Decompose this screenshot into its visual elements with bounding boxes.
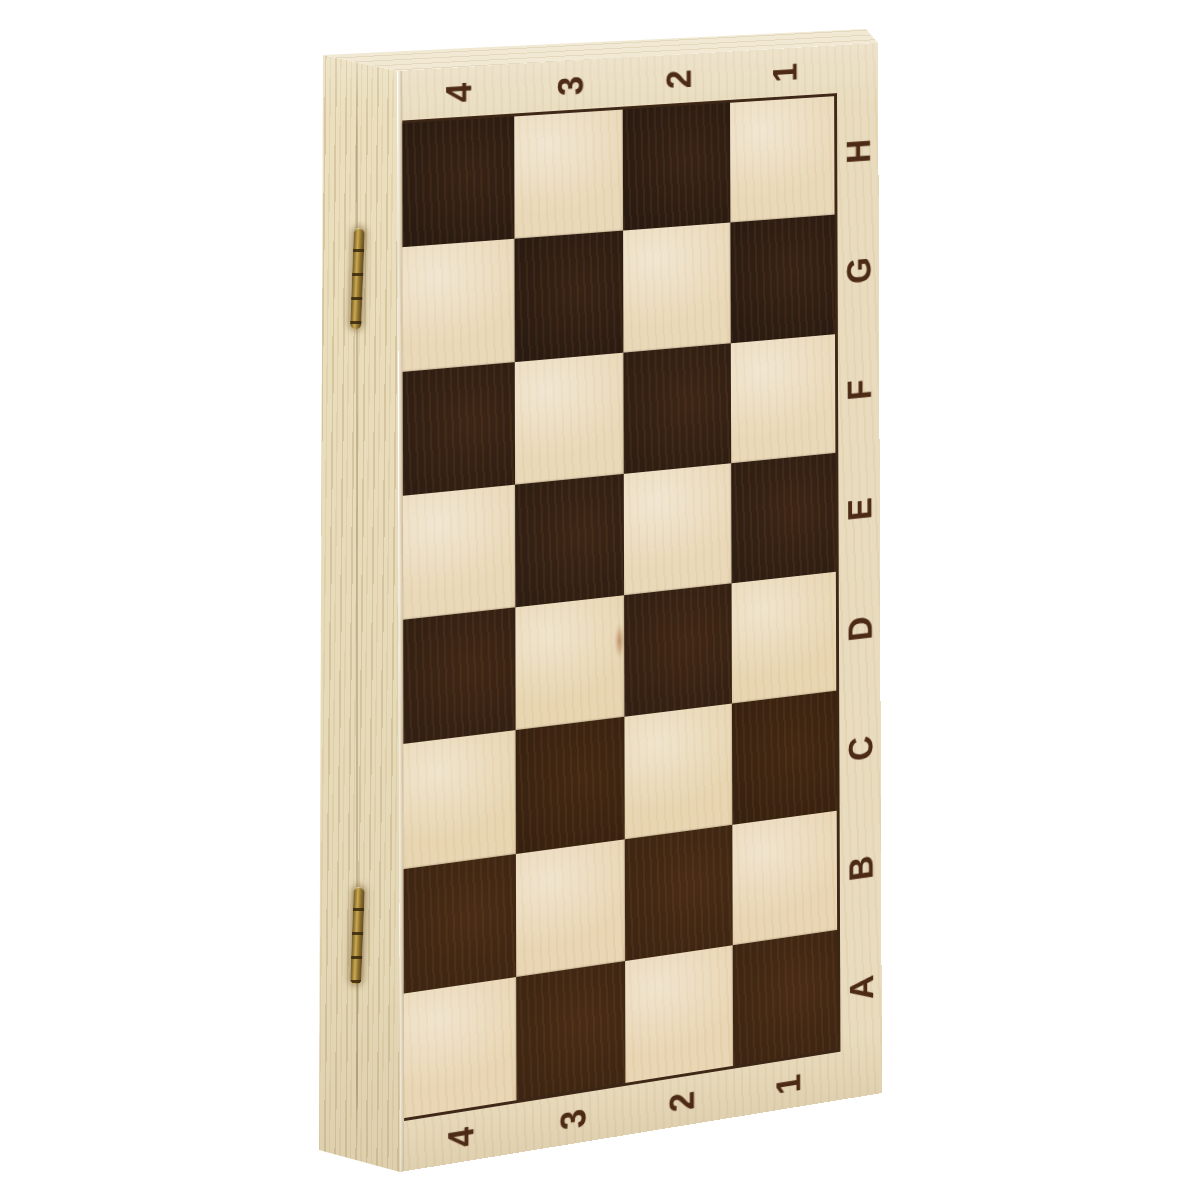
square-a2 xyxy=(625,945,733,1083)
rank-label-top-4: 4 xyxy=(402,64,514,120)
square-h1 xyxy=(730,96,835,223)
square-b4 xyxy=(404,854,516,994)
file-label-b: B xyxy=(840,806,882,932)
square-a3 xyxy=(516,961,626,1100)
square-c4 xyxy=(403,730,515,868)
square-b3 xyxy=(515,839,625,977)
square-b1 xyxy=(732,810,837,945)
square-d4 xyxy=(403,607,515,744)
file-label-c: C xyxy=(839,686,881,811)
square-e3 xyxy=(515,474,625,608)
file-labels: HGFEDCBA xyxy=(837,91,882,1052)
file-label-h: H xyxy=(837,91,879,213)
square-c2 xyxy=(624,704,731,839)
square-d3 xyxy=(515,595,625,730)
square-a4 xyxy=(404,977,516,1118)
board-area xyxy=(402,93,840,1121)
square-a1 xyxy=(732,930,837,1066)
square-b2 xyxy=(625,824,732,960)
square-c3 xyxy=(515,717,625,854)
square-d2 xyxy=(624,583,731,717)
square-f1 xyxy=(730,334,835,463)
file-label-g: G xyxy=(837,209,879,332)
rank-label-top-2: 2 xyxy=(624,52,732,107)
file-label-d: D xyxy=(839,567,881,691)
rank-label-top-1: 1 xyxy=(732,45,837,99)
square-h2 xyxy=(623,103,730,231)
square-d1 xyxy=(731,572,836,704)
square-f2 xyxy=(623,343,730,474)
square-h4 xyxy=(402,116,514,247)
file-label-f: F xyxy=(838,328,880,451)
square-e1 xyxy=(731,453,836,584)
square-f4 xyxy=(403,362,515,496)
square-e4 xyxy=(403,484,515,619)
file-label-a: A xyxy=(840,925,882,1051)
square-g1 xyxy=(730,215,835,343)
square-h3 xyxy=(514,110,623,239)
file-label-e: E xyxy=(838,448,880,572)
board-face: HGFEDCBA 4321 4321 xyxy=(398,43,882,1172)
square-e2 xyxy=(624,463,731,595)
square-g4 xyxy=(403,239,515,371)
stain-smudge xyxy=(615,624,624,658)
square-g2 xyxy=(623,223,730,352)
rank-label-top-3: 3 xyxy=(514,58,624,114)
square-f3 xyxy=(514,352,623,484)
square-g3 xyxy=(514,231,623,362)
square-c1 xyxy=(731,691,836,824)
product-photo: HGFEDCBA 4321 4321 xyxy=(0,0,1200,1200)
